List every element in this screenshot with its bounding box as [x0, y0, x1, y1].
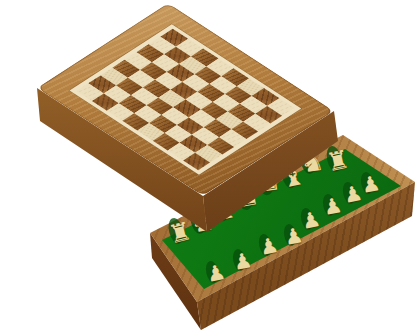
chess-piece-pawn: ♟ — [232, 250, 254, 274]
chess-piece-pawn: ♟ — [300, 209, 323, 233]
chess-piece-rook: ♜ — [324, 146, 351, 175]
chess-box-scene: ♜♞♝♛♚♝♞♜♟♟♟♟♟♟♟♟ — [0, 0, 416, 330]
chess-piece-pawn: ♟ — [360, 173, 382, 197]
chess-piece-pawn: ♟ — [258, 235, 281, 259]
chess-piece-pawn: ♟ — [322, 195, 344, 219]
chess-piece-pawn: ♟ — [205, 262, 228, 286]
